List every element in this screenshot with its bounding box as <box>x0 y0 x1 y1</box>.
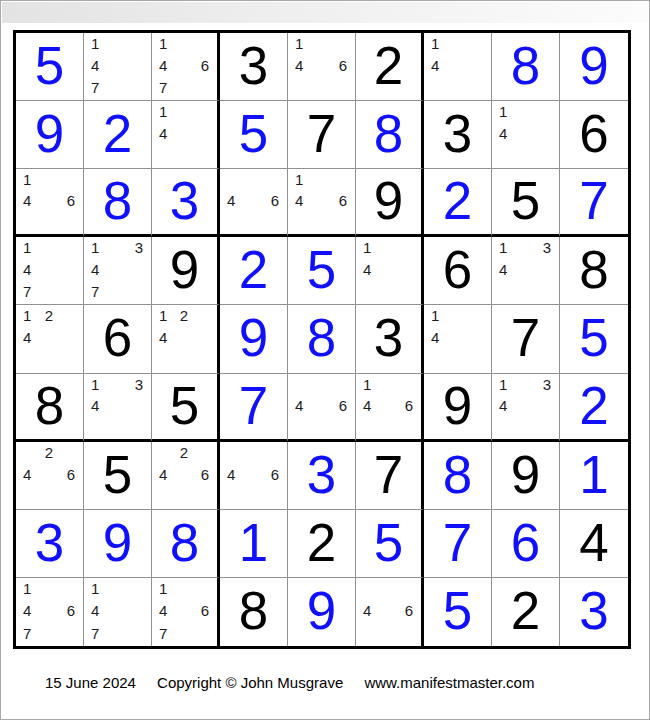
cell-r2c1[interactable]: 9 <box>16 101 84 169</box>
pencil-mark: 6 <box>271 193 279 208</box>
cell-r8c4[interactable]: 1 <box>220 510 288 578</box>
given-digit: 2 <box>511 584 540 637</box>
cell-r1c5[interactable]: 146 <box>288 33 356 101</box>
pencil-marks: 147 <box>91 581 143 641</box>
solved-digit: 9 <box>579 39 608 92</box>
solved-digit: 5 <box>35 39 64 92</box>
pencil-mark: 1 <box>499 240 507 255</box>
pencil-mark: 6 <box>405 603 413 618</box>
pencil-marks: 134 <box>499 377 551 434</box>
solved-digit: 9 <box>103 516 132 569</box>
pencil-mark: 4 <box>91 398 99 413</box>
solved-digit: 3 <box>307 448 336 501</box>
cell-r1c3[interactable]: 1467 <box>152 33 220 101</box>
pencil-mark: 4 <box>159 126 167 141</box>
given-digit: 8 <box>579 243 608 296</box>
cell-r7c6[interactable]: 7 <box>356 442 424 510</box>
cell-r6c7[interactable]: 9 <box>424 374 492 442</box>
pencil-mark: 3 <box>135 240 143 255</box>
cell-r4c5[interactable]: 5 <box>288 237 356 305</box>
cell-r9c7[interactable]: 5 <box>424 578 492 646</box>
given-digit: 3 <box>374 311 403 364</box>
pencil-mark: 1 <box>91 240 99 255</box>
pencil-mark: 6 <box>67 467 75 482</box>
cell-r4c2[interactable]: 1347 <box>84 237 152 305</box>
given-digit: 6 <box>103 311 132 364</box>
cell-r4c4[interactable]: 2 <box>220 237 288 305</box>
pencil-marks: 14 <box>499 104 551 163</box>
cell-r4c1[interactable]: 147 <box>16 237 84 305</box>
cell-r1c7[interactable]: 14 <box>424 33 492 101</box>
pencil-marks: 46 <box>227 445 279 504</box>
cell-r2c6[interactable]: 8 <box>356 101 424 169</box>
pencil-marks: 147 <box>23 240 75 299</box>
cell-r5c6[interactable]: 3 <box>356 305 424 373</box>
cell-r3c8[interactable]: 5 <box>492 169 560 237</box>
given-digit: 5 <box>511 174 540 227</box>
cell-r8c6[interactable]: 5 <box>356 510 424 578</box>
given-digit: 3 <box>239 39 268 92</box>
given-digit: 2 <box>307 516 336 569</box>
solved-digit: 2 <box>579 379 608 432</box>
pencil-mark: 7 <box>23 284 31 299</box>
pencil-marks: 14 <box>363 240 413 299</box>
cell-r6c6[interactable]: 146 <box>356 374 424 442</box>
pencil-mark: 7 <box>91 284 99 299</box>
cell-r6c2[interactable]: 134 <box>84 374 152 442</box>
footer-date: 15 June 2024 <box>45 674 136 691</box>
pencil-mark: 4 <box>431 58 439 73</box>
cell-r7c7[interactable]: 8 <box>424 442 492 510</box>
footer-copyright: Copyright © John Musgrave <box>157 674 343 691</box>
pencil-mark: 1 <box>363 240 371 255</box>
given-digit: 9 <box>443 379 472 432</box>
solved-digit: 5 <box>307 243 336 296</box>
given-digit: 7 <box>307 107 336 160</box>
pencil-marks: 124 <box>23 308 75 367</box>
cell-r9c6[interactable]: 46 <box>356 578 424 646</box>
cell-r1c4[interactable]: 3 <box>220 33 288 101</box>
cell-r1c8[interactable]: 8 <box>492 33 560 101</box>
pencil-mark: 4 <box>295 193 303 208</box>
pencil-mark: 4 <box>431 330 439 345</box>
pencil-mark: 4 <box>91 262 99 277</box>
cell-r2c7[interactable]: 3 <box>424 101 492 169</box>
pencil-marks: 124 <box>159 308 209 367</box>
pencil-mark: 2 <box>45 308 53 323</box>
pencil-mark: 3 <box>135 377 143 392</box>
cell-r9c8[interactable]: 2 <box>492 578 560 646</box>
pencil-marks: 46 <box>227 172 279 229</box>
cell-r6c3[interactable]: 5 <box>152 374 220 442</box>
cell-r8c5[interactable]: 2 <box>288 510 356 578</box>
cell-r1c9[interactable]: 9 <box>560 33 628 101</box>
pencil-mark: 1 <box>23 172 31 187</box>
cell-r3c6[interactable]: 9 <box>356 169 424 237</box>
given-digit: 2 <box>374 39 403 92</box>
solved-digit: 7 <box>443 516 472 569</box>
pencil-mark: 4 <box>363 262 371 277</box>
solved-digit: 3 <box>35 516 64 569</box>
cell-r9c4[interactable]: 8 <box>220 578 288 646</box>
pencil-mark: 6 <box>339 193 347 208</box>
cell-r8c1[interactable]: 3 <box>16 510 84 578</box>
cell-r5c4[interactable]: 9 <box>220 305 288 373</box>
pencil-mark: 4 <box>227 467 235 482</box>
pencil-mark: 7 <box>23 626 31 641</box>
pencil-mark: 1 <box>23 308 31 323</box>
pencil-marks: 1467 <box>23 581 75 641</box>
pencil-mark: 1 <box>431 36 439 51</box>
pencil-mark: 4 <box>159 58 167 73</box>
pencil-marks: 14 <box>159 104 209 163</box>
pencil-mark: 6 <box>201 603 209 618</box>
solved-digit: 5 <box>579 311 608 364</box>
pencil-marks: 246 <box>23 445 75 504</box>
pencil-mark: 4 <box>23 330 31 345</box>
cell-r8c2[interactable]: 9 <box>84 510 152 578</box>
solved-digit: 2 <box>443 174 472 227</box>
cell-r9c9[interactable]: 3 <box>560 578 628 646</box>
solved-digit: 8 <box>511 39 540 92</box>
pencil-mark: 6 <box>67 603 75 618</box>
cell-r3c3[interactable]: 3 <box>152 169 220 237</box>
cell-r7c3[interactable]: 246 <box>152 442 220 510</box>
solved-digit: 2 <box>103 107 132 160</box>
solved-digit: 3 <box>579 584 608 637</box>
cell-r6c4[interactable]: 7 <box>220 374 288 442</box>
pencil-mark: 4 <box>295 398 303 413</box>
pencil-mark: 6 <box>339 58 347 73</box>
solved-digit: 8 <box>374 107 403 160</box>
cell-r4c8[interactable]: 134 <box>492 237 560 305</box>
cell-r3c4[interactable]: 46 <box>220 169 288 237</box>
cell-r7c4[interactable]: 46 <box>220 442 288 510</box>
solved-digit: 1 <box>239 516 268 569</box>
pencil-mark: 4 <box>499 126 507 141</box>
pencil-mark: 4 <box>295 58 303 73</box>
pencil-mark: 4 <box>159 330 167 345</box>
pencil-mark: 7 <box>91 80 99 95</box>
cell-r9c5[interactable]: 9 <box>288 578 356 646</box>
pencil-mark: 1 <box>159 104 167 119</box>
solved-digit: 1 <box>579 448 608 501</box>
pencil-mark: 4 <box>23 262 31 277</box>
pencil-marks: 146 <box>23 172 75 229</box>
given-digit: 8 <box>35 379 64 432</box>
solved-digit: 5 <box>374 516 403 569</box>
pencil-mark: 6 <box>405 398 413 413</box>
cell-r3c9[interactable]: 7 <box>560 169 628 237</box>
pencil-mark: 7 <box>159 626 167 641</box>
solved-digit: 9 <box>307 584 336 637</box>
pencil-marks: 1347 <box>91 240 143 299</box>
given-digit: 4 <box>579 516 608 569</box>
cell-r7c1[interactable]: 246 <box>16 442 84 510</box>
solved-digit: 5 <box>239 107 268 160</box>
pencil-marks: 1467 <box>159 36 209 95</box>
pencil-mark: 4 <box>91 603 99 618</box>
pencil-mark: 4 <box>23 467 31 482</box>
cell-r4c6[interactable]: 14 <box>356 237 424 305</box>
cell-r7c8[interactable]: 9 <box>492 442 560 510</box>
cell-r6c9[interactable]: 2 <box>560 374 628 442</box>
solved-digit: 8 <box>307 311 336 364</box>
pencil-marks: 146 <box>363 377 413 434</box>
cell-r4c3[interactable]: 9 <box>152 237 220 305</box>
cell-r2c9[interactable]: 6 <box>560 101 628 169</box>
cell-r7c2[interactable]: 5 <box>84 442 152 510</box>
given-digit: 7 <box>511 311 540 364</box>
pencil-mark: 2 <box>180 445 188 460</box>
pencil-marks: 246 <box>159 445 209 504</box>
pencil-mark: 1 <box>363 377 371 392</box>
given-digit: 5 <box>103 448 132 501</box>
pencil-mark: 4 <box>363 398 371 413</box>
pencil-mark: 6 <box>339 398 347 413</box>
pencil-mark: 6 <box>271 467 279 482</box>
cell-r7c9[interactable]: 1 <box>560 442 628 510</box>
solved-digit: 6 <box>511 516 540 569</box>
given-digit: 6 <box>579 107 608 160</box>
cell-r6c5[interactable]: 46 <box>288 374 356 442</box>
given-digit: 9 <box>170 243 199 296</box>
given-digit: 9 <box>511 448 540 501</box>
cell-r4c7[interactable]: 6 <box>424 237 492 305</box>
pencil-mark: 1 <box>91 377 99 392</box>
cell-r8c3[interactable]: 8 <box>152 510 220 578</box>
header-bar <box>2 2 648 23</box>
pencil-marks: 146 <box>295 172 347 229</box>
cell-r6c8[interactable]: 134 <box>492 374 560 442</box>
pencil-mark: 4 <box>227 193 235 208</box>
cell-r2c8[interactable]: 14 <box>492 101 560 169</box>
pencil-mark: 1 <box>91 36 99 51</box>
cell-r8c7[interactable]: 7 <box>424 510 492 578</box>
given-digit: 7 <box>374 448 403 501</box>
pencil-marks: 1467 <box>159 581 209 641</box>
cell-r5c1[interactable]: 124 <box>16 305 84 373</box>
cell-r2c2[interactable]: 2 <box>84 101 152 169</box>
pencil-marks: 134 <box>91 377 143 434</box>
pencil-marks: 46 <box>295 377 347 434</box>
cell-r5c2[interactable]: 6 <box>84 305 152 373</box>
cell-r9c2[interactable]: 147 <box>84 578 152 646</box>
pencil-mark: 2 <box>45 445 53 460</box>
pencil-mark: 3 <box>543 240 551 255</box>
cell-r8c8[interactable]: 6 <box>492 510 560 578</box>
footer: 15 June 2024 Copyright © John Musgrave w… <box>45 674 551 691</box>
solved-digit: 7 <box>239 379 268 432</box>
pencil-mark: 1 <box>159 36 167 51</box>
cell-r1c2[interactable]: 147 <box>84 33 152 101</box>
cell-r3c2[interactable]: 8 <box>84 169 152 237</box>
solved-digit: 8 <box>170 516 199 569</box>
pencil-mark: 3 <box>543 377 551 392</box>
given-digit: 9 <box>374 174 403 227</box>
pencil-mark: 1 <box>23 581 31 596</box>
cell-r5c9[interactable]: 5 <box>560 305 628 373</box>
pencil-mark: 4 <box>23 193 31 208</box>
pencil-mark: 4 <box>159 603 167 618</box>
solved-digit: 9 <box>239 311 268 364</box>
cell-r9c1[interactable]: 1467 <box>16 578 84 646</box>
cell-r4c9[interactable]: 8 <box>560 237 628 305</box>
cell-r9c3[interactable]: 1467 <box>152 578 220 646</box>
solved-digit: 7 <box>579 174 608 227</box>
pencil-marks: 46 <box>363 581 413 641</box>
pencil-marks: 14 <box>431 308 483 367</box>
cell-r6c1[interactable]: 8 <box>16 374 84 442</box>
cell-r5c7[interactable]: 14 <box>424 305 492 373</box>
cell-r8c9[interactable]: 4 <box>560 510 628 578</box>
pencil-mark: 4 <box>159 467 167 482</box>
footer-website[interactable]: www.manifestmaster.com <box>364 674 534 691</box>
cell-r3c5[interactable]: 146 <box>288 169 356 237</box>
solved-digit: 8 <box>103 174 132 227</box>
pencil-mark: 1 <box>431 308 439 323</box>
sudoku-board: 5147146731462148992145783146146834614692… <box>13 30 631 649</box>
pencil-mark: 7 <box>91 626 99 641</box>
pencil-mark: 2 <box>180 308 188 323</box>
pencil-mark: 1 <box>295 36 303 51</box>
given-digit: 3 <box>443 107 472 160</box>
given-digit: 8 <box>239 584 268 637</box>
cell-r2c4[interactable]: 5 <box>220 101 288 169</box>
pencil-mark: 1 <box>23 240 31 255</box>
pencil-mark: 1 <box>159 581 167 596</box>
cell-r2c3[interactable]: 14 <box>152 101 220 169</box>
pencil-mark: 6 <box>201 467 209 482</box>
pencil-mark: 6 <box>201 58 209 73</box>
solved-digit: 5 <box>443 584 472 637</box>
cell-r2c5[interactable]: 7 <box>288 101 356 169</box>
pencil-mark: 4 <box>363 603 371 618</box>
pencil-mark: 1 <box>91 581 99 596</box>
cell-r5c8[interactable]: 7 <box>492 305 560 373</box>
pencil-mark: 6 <box>67 193 75 208</box>
pencil-mark: 7 <box>159 80 167 95</box>
cell-r3c1[interactable]: 146 <box>16 169 84 237</box>
pencil-mark: 1 <box>295 172 303 187</box>
solved-digit: 8 <box>443 448 472 501</box>
cell-r1c1[interactable]: 5 <box>16 33 84 101</box>
solved-digit: 9 <box>35 107 64 160</box>
cell-r5c5[interactable]: 8 <box>288 305 356 373</box>
cell-r1c6[interactable]: 2 <box>356 33 424 101</box>
pencil-marks: 134 <box>499 240 551 299</box>
given-digit: 6 <box>443 243 472 296</box>
cell-r5c3[interactable]: 124 <box>152 305 220 373</box>
cell-r7c5[interactable]: 3 <box>288 442 356 510</box>
pencil-marks: 14 <box>431 36 483 95</box>
pencil-mark: 4 <box>23 603 31 618</box>
pencil-mark: 1 <box>499 104 507 119</box>
solved-digit: 3 <box>170 174 199 227</box>
pencil-mark: 4 <box>499 398 507 413</box>
pencil-mark: 4 <box>91 58 99 73</box>
given-digit: 5 <box>170 379 199 432</box>
pencil-mark: 1 <box>499 377 507 392</box>
pencil-mark: 4 <box>499 262 507 277</box>
solved-digit: 2 <box>239 243 268 296</box>
pencil-marks: 147 <box>91 36 143 95</box>
pencil-mark: 1 <box>159 308 167 323</box>
cell-r3c7[interactable]: 2 <box>424 169 492 237</box>
pencil-marks: 146 <box>295 36 347 95</box>
